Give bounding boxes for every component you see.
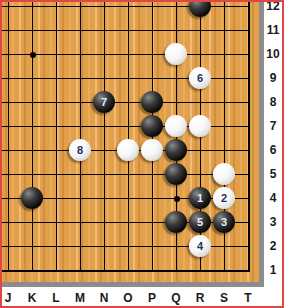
stone-black-Q5[interactable] [165,163,187,185]
move-number-label: 6 [197,73,203,84]
star-point-Q4 [174,196,180,202]
grid-line-horizontal-9 [0,78,250,79]
column-label-P: P [140,290,164,305]
row-coordinate-strip: 121110987654321 [264,0,284,308]
column-label-L: L [44,290,68,305]
stone-white-Q7[interactable] [165,115,187,137]
move-number-label: 8 [77,145,83,156]
column-label-J: J [0,290,20,305]
stone-white-M6[interactable]: 8 [69,139,91,161]
column-label-T: T [236,290,260,305]
column-label-S: S [212,290,236,305]
grid-line-vertical-M [80,0,81,272]
column-label-M: M [68,290,92,305]
column-label-R: R [188,290,212,305]
go-diagram-screenshot: 67812534 121110987654321 JKLMNOPQRST [0,0,284,308]
stone-white-Q10[interactable] [165,43,187,65]
row-label-4: 4 [264,190,282,206]
stone-black-Q3[interactable] [165,211,187,233]
stone-white-R7[interactable] [189,115,211,137]
grid-line-horizontal-7 [0,126,250,127]
row-label-7: 7 [264,118,282,134]
move-number-label: 1 [197,193,203,204]
move-number-label: 3 [221,217,227,228]
stone-white-S5[interactable] [213,163,235,185]
grid-line-vertical-T [248,0,250,272]
stone-white-R2[interactable]: 4 [189,235,211,257]
row-label-1: 1 [264,262,282,278]
column-label-O: O [116,290,140,305]
grid-line-horizontal-12 [0,6,250,7]
row-label-10: 10 [264,46,282,62]
grid-line-horizontal-10 [0,54,250,55]
grid-line-horizontal-8 [0,102,250,103]
stone-white-P6[interactable] [141,139,163,161]
row-label-8: 8 [264,94,282,110]
row-label-5: 5 [264,166,282,182]
stone-black-P8[interactable] [141,91,163,113]
move-number-label: 2 [221,193,227,204]
move-number-label: 7 [101,97,107,108]
grid-line-vertical-O [128,0,129,272]
stone-black-P7[interactable] [141,115,163,137]
move-number-label: 4 [197,241,203,252]
grid-line-vertical-L [56,0,57,272]
stone-black-N8[interactable]: 7 [93,91,115,113]
grid-line-horizontal-2 [0,246,250,247]
stone-black-R4[interactable]: 1 [189,187,211,209]
go-board[interactable]: 67812534 [0,0,259,282]
stone-black-R12[interactable] [189,0,211,17]
stone-black-Q6[interactable] [165,139,187,161]
stone-black-R3[interactable]: 5 [189,211,211,233]
stone-white-O6[interactable] [117,139,139,161]
star-point-K10 [30,52,36,58]
column-label-N: N [92,290,116,305]
grid-line-horizontal-11 [0,30,250,31]
stone-black-K4[interactable] [21,187,43,209]
row-label-3: 3 [264,214,282,230]
stone-black-S3[interactable]: 3 [213,211,235,233]
column-label-K: K [20,290,44,305]
column-coordinate-strip: JKLMNOPQRST [0,287,284,308]
grid-line-vertical-K [32,0,33,272]
move-number-label: 5 [197,217,203,228]
column-label-Q: Q [164,290,188,305]
row-label-2: 2 [264,238,282,254]
stone-white-S4[interactable]: 2 [213,187,235,209]
row-label-9: 9 [264,70,282,86]
grid-line-horizontal-1 [0,270,250,272]
stone-white-R9[interactable]: 6 [189,67,211,89]
row-label-6: 6 [264,142,282,158]
grid-line-vertical-N [104,0,105,272]
grid-line-vertical-J [8,0,9,272]
row-label-11: 11 [264,22,282,38]
row-label-12: 12 [264,0,282,14]
